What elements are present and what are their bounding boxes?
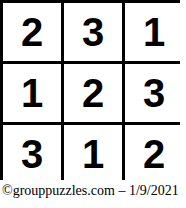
cell-r1c1[interactable]: 2 [3, 3, 61, 61]
puzzle-grid: 2 3 1 1 2 3 3 1 2 [0, 0, 180, 180]
cell-r3c3[interactable]: 2 [125, 125, 183, 183]
cell-r2c2[interactable]: 2 [64, 64, 122, 122]
cell-r1c3[interactable]: 1 [125, 3, 183, 61]
copyright-text: ©grouppuzzles.com – 1/9/2021 [0, 180, 186, 202]
cell-r3c1[interactable]: 3 [3, 125, 61, 183]
cell-r3c2[interactable]: 1 [64, 125, 122, 183]
cell-r2c3[interactable]: 3 [125, 64, 183, 122]
cell-r2c1[interactable]: 1 [3, 64, 61, 122]
puzzle-image: 2 3 1 1 2 3 3 1 2 ©grouppuzzles.com – 1/… [0, 0, 186, 208]
cell-r1c2[interactable]: 3 [64, 3, 122, 61]
